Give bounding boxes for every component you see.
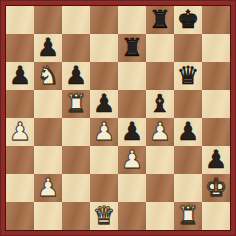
piece-black-rook-f8[interactable]: ♜ [149,6,171,34]
square-d3[interactable] [90,146,118,174]
board-frame: ♜♚♟♜♟♞♟♛♜♟♝♟♟♟♟♟♟♟♟♚♛♜ [0,0,236,236]
square-c3[interactable] [62,146,90,174]
piece-black-queen-g6[interactable]: ♛ [177,62,199,90]
square-a7[interactable] [6,34,34,62]
piece-black-rook-e7[interactable]: ♜ [121,34,143,62]
square-c4[interactable] [62,118,90,146]
chess-board: ♜♚♟♜♟♞♟♛♜♟♝♟♟♟♟♟♟♟♟♚♛♜ [6,6,230,230]
square-e2[interactable] [118,174,146,202]
piece-black-pawn-b7[interactable]: ♟ [37,34,59,62]
square-a6[interactable]: ♟ [6,62,34,90]
square-b8[interactable] [34,6,62,34]
square-f7[interactable] [146,34,174,62]
piece-black-bishop-f5[interactable]: ♝ [149,90,171,118]
square-d6[interactable] [90,62,118,90]
square-a4[interactable]: ♟ [6,118,34,146]
piece-white-rook-c5[interactable]: ♜ [65,90,87,118]
piece-white-pawn-b2[interactable]: ♟ [37,174,59,202]
square-h1[interactable] [202,202,230,230]
piece-white-pawn-e3[interactable]: ♟ [121,146,143,174]
square-c8[interactable] [62,6,90,34]
square-f6[interactable] [146,62,174,90]
piece-white-pawn-d4[interactable]: ♟ [93,118,115,146]
square-f5[interactable]: ♝ [146,90,174,118]
square-e4[interactable]: ♟ [118,118,146,146]
square-e5[interactable] [118,90,146,118]
square-h8[interactable] [202,6,230,34]
piece-black-pawn-e4[interactable]: ♟ [121,118,143,146]
piece-white-knight-b6[interactable]: ♞ [37,62,59,90]
square-f1[interactable] [146,202,174,230]
square-b6[interactable]: ♞ [34,62,62,90]
square-h3[interactable]: ♟ [202,146,230,174]
square-h5[interactable] [202,90,230,118]
square-a3[interactable] [6,146,34,174]
square-g2[interactable] [174,174,202,202]
piece-black-pawn-a6[interactable]: ♟ [9,62,31,90]
square-c2[interactable] [62,174,90,202]
piece-white-queen-d1[interactable]: ♛ [93,202,115,230]
square-f8[interactable]: ♜ [146,6,174,34]
square-e1[interactable] [118,202,146,230]
square-d5[interactable]: ♟ [90,90,118,118]
square-d8[interactable] [90,6,118,34]
square-h4[interactable] [202,118,230,146]
square-g6[interactable]: ♛ [174,62,202,90]
square-h6[interactable] [202,62,230,90]
square-h7[interactable] [202,34,230,62]
piece-black-pawn-c6[interactable]: ♟ [65,62,87,90]
square-h2[interactable]: ♚ [202,174,230,202]
square-d2[interactable] [90,174,118,202]
square-e8[interactable] [118,6,146,34]
square-a5[interactable] [6,90,34,118]
square-a2[interactable] [6,174,34,202]
square-g3[interactable] [174,146,202,174]
square-e7[interactable]: ♜ [118,34,146,62]
piece-black-king-g8[interactable]: ♚ [177,6,199,34]
piece-white-pawn-a4[interactable]: ♟ [9,118,31,146]
square-c1[interactable] [62,202,90,230]
piece-white-pawn-f4[interactable]: ♟ [149,118,171,146]
square-e6[interactable] [118,62,146,90]
square-f4[interactable]: ♟ [146,118,174,146]
square-d1[interactable]: ♛ [90,202,118,230]
square-g1[interactable]: ♜ [174,202,202,230]
square-c7[interactable] [62,34,90,62]
square-b3[interactable] [34,146,62,174]
square-b5[interactable] [34,90,62,118]
square-b2[interactable]: ♟ [34,174,62,202]
square-d4[interactable]: ♟ [90,118,118,146]
square-g5[interactable] [174,90,202,118]
piece-black-pawn-g4[interactable]: ♟ [177,118,199,146]
square-g8[interactable]: ♚ [174,6,202,34]
piece-white-king-h2[interactable]: ♚ [205,174,227,202]
square-b7[interactable]: ♟ [34,34,62,62]
square-g7[interactable] [174,34,202,62]
square-a8[interactable] [6,6,34,34]
square-c5[interactable]: ♜ [62,90,90,118]
square-f3[interactable] [146,146,174,174]
piece-black-pawn-d5[interactable]: ♟ [93,90,115,118]
square-d7[interactable] [90,34,118,62]
square-e3[interactable]: ♟ [118,146,146,174]
square-f2[interactable] [146,174,174,202]
piece-black-pawn-h3[interactable]: ♟ [205,146,227,174]
square-g4[interactable]: ♟ [174,118,202,146]
square-a1[interactable] [6,202,34,230]
square-b1[interactable] [34,202,62,230]
square-c6[interactable]: ♟ [62,62,90,90]
square-b4[interactable] [34,118,62,146]
piece-white-rook-g1[interactable]: ♜ [177,202,199,230]
